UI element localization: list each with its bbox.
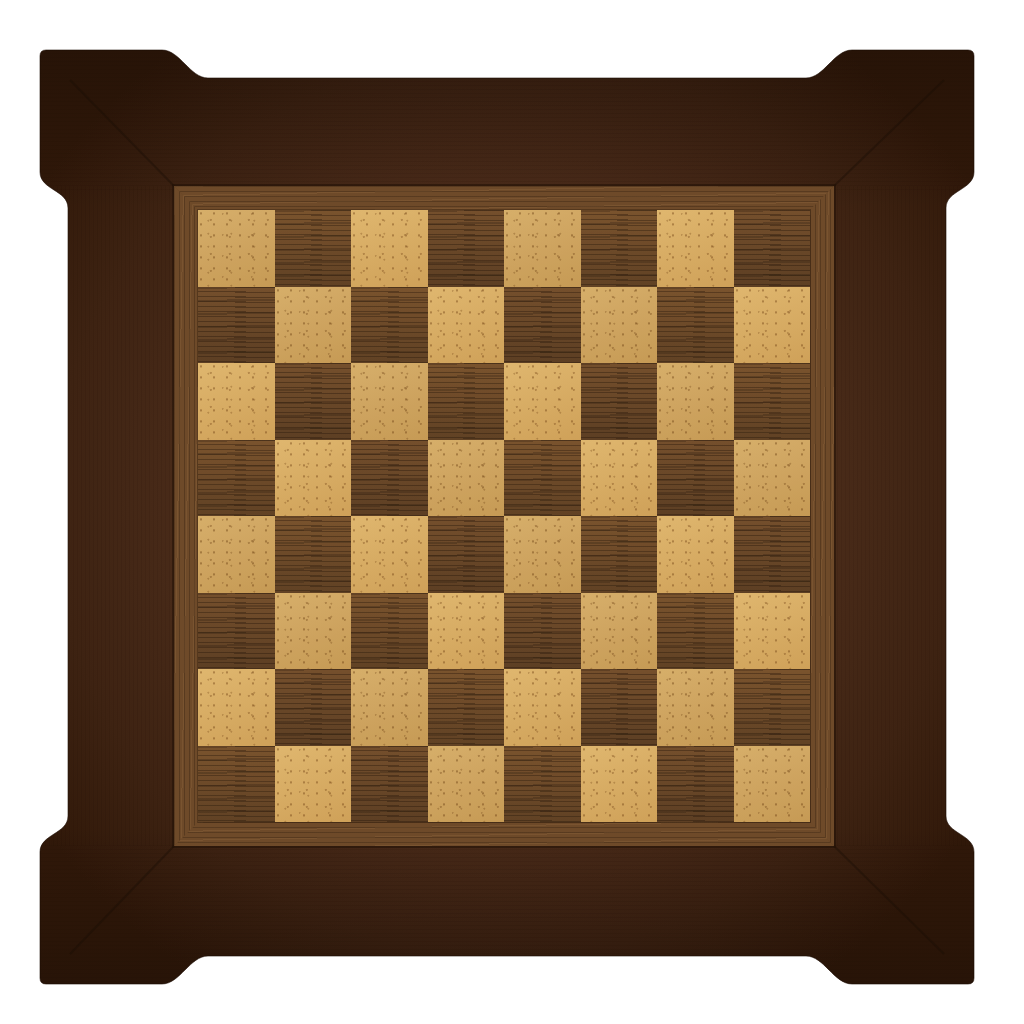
square-d5[interactable] <box>428 440 505 517</box>
square-e1[interactable] <box>504 746 581 823</box>
square-d4[interactable] <box>428 516 505 593</box>
square-a2[interactable] <box>198 669 275 746</box>
square-c4[interactable] <box>351 516 428 593</box>
board-border-panel <box>174 186 834 846</box>
square-h8[interactable] <box>734 210 811 287</box>
chess-board-photo <box>0 0 1024 1024</box>
square-d6[interactable] <box>428 363 505 440</box>
square-c6[interactable] <box>351 363 428 440</box>
square-h5[interactable] <box>734 440 811 517</box>
square-b6[interactable] <box>275 363 352 440</box>
square-e7[interactable] <box>504 287 581 364</box>
square-d8[interactable] <box>428 210 505 287</box>
square-h6[interactable] <box>734 363 811 440</box>
square-c3[interactable] <box>351 593 428 670</box>
square-d2[interactable] <box>428 669 505 746</box>
square-a8[interactable] <box>198 210 275 287</box>
walnut-border-left <box>174 186 198 846</box>
square-a1[interactable] <box>198 746 275 823</box>
square-b5[interactable] <box>275 440 352 517</box>
square-f8[interactable] <box>581 210 658 287</box>
square-b4[interactable] <box>275 516 352 593</box>
square-e3[interactable] <box>504 593 581 670</box>
square-g2[interactable] <box>657 669 734 746</box>
square-g3[interactable] <box>657 593 734 670</box>
square-c7[interactable] <box>351 287 428 364</box>
square-g5[interactable] <box>657 440 734 517</box>
square-f2[interactable] <box>581 669 658 746</box>
square-e6[interactable] <box>504 363 581 440</box>
square-c8[interactable] <box>351 210 428 287</box>
square-h4[interactable] <box>734 516 811 593</box>
square-a7[interactable] <box>198 287 275 364</box>
square-d3[interactable] <box>428 593 505 670</box>
square-b7[interactable] <box>275 287 352 364</box>
square-a5[interactable] <box>198 440 275 517</box>
square-d7[interactable] <box>428 287 505 364</box>
square-h2[interactable] <box>734 669 811 746</box>
square-g4[interactable] <box>657 516 734 593</box>
walnut-border-top <box>174 186 834 210</box>
square-c5[interactable] <box>351 440 428 517</box>
walnut-border-bottom <box>174 822 834 846</box>
square-e8[interactable] <box>504 210 581 287</box>
square-a6[interactable] <box>198 363 275 440</box>
square-e4[interactable] <box>504 516 581 593</box>
square-e2[interactable] <box>504 669 581 746</box>
square-g6[interactable] <box>657 363 734 440</box>
square-c2[interactable] <box>351 669 428 746</box>
square-h3[interactable] <box>734 593 811 670</box>
square-d1[interactable] <box>428 746 505 823</box>
chess-board <box>198 210 810 822</box>
square-g8[interactable] <box>657 210 734 287</box>
square-f4[interactable] <box>581 516 658 593</box>
square-h1[interactable] <box>734 746 811 823</box>
square-b3[interactable] <box>275 593 352 670</box>
square-b2[interactable] <box>275 669 352 746</box>
square-f7[interactable] <box>581 287 658 364</box>
square-g7[interactable] <box>657 287 734 364</box>
walnut-border-right <box>810 186 834 846</box>
square-e5[interactable] <box>504 440 581 517</box>
square-a3[interactable] <box>198 593 275 670</box>
square-h7[interactable] <box>734 287 811 364</box>
square-f3[interactable] <box>581 593 658 670</box>
square-b8[interactable] <box>275 210 352 287</box>
square-g1[interactable] <box>657 746 734 823</box>
square-a4[interactable] <box>198 516 275 593</box>
square-f6[interactable] <box>581 363 658 440</box>
square-b1[interactable] <box>275 746 352 823</box>
square-f5[interactable] <box>581 440 658 517</box>
square-f1[interactable] <box>581 746 658 823</box>
square-c1[interactable] <box>351 746 428 823</box>
